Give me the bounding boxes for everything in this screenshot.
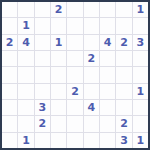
empty-cell-r1c6[interactable]	[84, 2, 99, 17]
empty-cell-r5c2[interactable]	[18, 67, 33, 82]
empty-cell-r6c3[interactable]	[35, 84, 50, 99]
empty-cell-r2c4[interactable]	[51, 18, 66, 33]
empty-cell-r1c1[interactable]	[2, 2, 17, 17]
empty-cell-r9c6[interactable]	[84, 133, 99, 148]
empty-cell-r1c8[interactable]	[116, 2, 131, 17]
empty-cell-r9c5[interactable]	[67, 133, 82, 148]
clue-cell-r1c9: 1	[133, 2, 148, 17]
empty-cell-r7c5[interactable]	[67, 100, 82, 115]
empty-cell-r7c2[interactable]	[18, 100, 33, 115]
empty-cell-r6c7[interactable]	[100, 84, 115, 99]
empty-cell-r9c7[interactable]	[100, 133, 115, 148]
empty-cell-r4c3[interactable]	[35, 51, 50, 66]
empty-cell-r1c2[interactable]	[18, 2, 33, 17]
empty-cell-r3c5[interactable]	[67, 35, 82, 50]
empty-cell-r4c9[interactable]	[133, 51, 148, 66]
clue-cell-r9c9: 1	[133, 133, 148, 148]
empty-cell-r8c1[interactable]	[2, 116, 17, 131]
empty-cell-r5c5[interactable]	[67, 67, 82, 82]
empty-cell-r9c4[interactable]	[51, 133, 66, 148]
empty-cell-r9c3[interactable]	[35, 133, 50, 148]
empty-cell-r8c4[interactable]	[51, 116, 66, 131]
empty-cell-r5c3[interactable]	[35, 67, 50, 82]
empty-cell-r4c4[interactable]	[51, 51, 66, 66]
empty-cell-r8c6[interactable]	[84, 116, 99, 131]
empty-cell-r3c6[interactable]	[84, 35, 99, 50]
clue-cell-r3c4: 1	[51, 35, 66, 50]
clue-cell-r3c2: 4	[18, 35, 33, 50]
clue-cell-r9c8: 3	[116, 133, 131, 148]
clue-cell-r3c9: 3	[133, 35, 148, 50]
empty-cell-r7c9[interactable]	[133, 100, 148, 115]
empty-cell-r4c2[interactable]	[18, 51, 33, 66]
empty-cell-r5c9[interactable]	[133, 67, 148, 82]
clue-cell-r4c6: 2	[84, 51, 99, 66]
empty-cell-r5c8[interactable]	[116, 67, 131, 82]
clue-cell-r6c5: 2	[67, 84, 82, 99]
clue-cell-r8c8: 2	[116, 116, 131, 131]
empty-cell-r4c8[interactable]	[116, 51, 131, 66]
empty-cell-r8c9[interactable]	[133, 116, 148, 131]
empty-cell-r2c6[interactable]	[84, 18, 99, 33]
empty-cell-r4c5[interactable]	[67, 51, 82, 66]
empty-cell-r8c7[interactable]	[100, 116, 115, 131]
empty-cell-r4c1[interactable]	[2, 51, 17, 66]
empty-cell-r6c6[interactable]	[84, 84, 99, 99]
empty-cell-r2c1[interactable]	[2, 18, 17, 33]
empty-cell-r6c2[interactable]	[18, 84, 33, 99]
empty-cell-r6c8[interactable]	[116, 84, 131, 99]
empty-cell-r5c7[interactable]	[100, 67, 115, 82]
clue-cell-r3c7: 4	[100, 35, 115, 50]
empty-cell-r6c1[interactable]	[2, 84, 17, 99]
empty-cell-r6c4[interactable]	[51, 84, 66, 99]
empty-cell-r1c5[interactable]	[67, 2, 82, 17]
clue-cell-r7c3: 3	[35, 100, 50, 115]
empty-cell-r2c8[interactable]	[116, 18, 131, 33]
empty-cell-r8c5[interactable]	[67, 116, 82, 131]
clue-cell-r3c1: 2	[2, 35, 17, 50]
empty-cell-r2c3[interactable]	[35, 18, 50, 33]
clue-cell-r1c4: 2	[51, 2, 66, 17]
empty-cell-r1c7[interactable]	[100, 2, 115, 17]
empty-cell-r5c4[interactable]	[51, 67, 66, 82]
empty-cell-r7c1[interactable]	[2, 100, 17, 115]
empty-cell-r8c2[interactable]	[18, 116, 33, 131]
empty-cell-r5c1[interactable]	[2, 67, 17, 82]
clue-cell-r7c6: 4	[84, 100, 99, 115]
empty-cell-r4c7[interactable]	[100, 51, 115, 66]
empty-cell-r2c5[interactable]	[67, 18, 82, 33]
empty-cell-r5c6[interactable]	[84, 67, 99, 82]
empty-cell-r3c3[interactable]	[35, 35, 50, 50]
clue-cell-r8c3: 2	[35, 116, 50, 131]
puzzle-board: 2112414232213422131	[0, 0, 150, 150]
empty-cell-r2c9[interactable]	[133, 18, 148, 33]
empty-cell-r1c3[interactable]	[35, 2, 50, 17]
clue-cell-r6c9: 1	[133, 84, 148, 99]
empty-cell-r7c4[interactable]	[51, 100, 66, 115]
clue-cell-r3c8: 2	[116, 35, 131, 50]
clue-cell-r2c2: 1	[18, 18, 33, 33]
empty-cell-r2c7[interactable]	[100, 18, 115, 33]
empty-cell-r7c7[interactable]	[100, 100, 115, 115]
empty-cell-r7c8[interactable]	[116, 100, 131, 115]
empty-cell-r9c1[interactable]	[2, 133, 17, 148]
clue-cell-r9c2: 1	[18, 133, 33, 148]
